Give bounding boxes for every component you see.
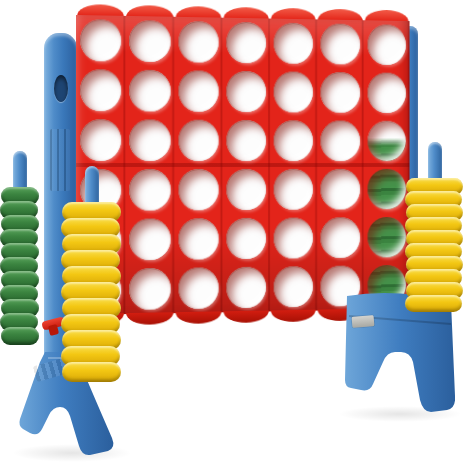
- board-grid: [76, 15, 410, 315]
- board-cell[interactable]: [364, 117, 410, 165]
- board-hole: [178, 70, 218, 112]
- board-hole: [226, 218, 266, 259]
- board-hole: [274, 169, 314, 210]
- board-hole: [367, 72, 406, 113]
- board-hole: [321, 23, 360, 64]
- board-hole: [80, 19, 121, 62]
- board-hole: [80, 69, 121, 111]
- board-hole: [178, 218, 218, 260]
- board-cell[interactable]: [174, 116, 222, 165]
- board-cell[interactable]: [125, 214, 174, 264]
- board-cell[interactable]: [270, 165, 317, 214]
- board-cell[interactable]: [270, 67, 317, 116]
- board-cell[interactable]: [222, 165, 270, 214]
- board-hole: [129, 218, 170, 260]
- board-hole: [274, 23, 314, 64]
- board-hole: [178, 120, 218, 161]
- board-cell[interactable]: [270, 116, 317, 165]
- yellow-ring[interactable]: [62, 362, 121, 382]
- board-cell[interactable]: [222, 18, 270, 68]
- board-cell[interactable]: [76, 65, 125, 115]
- board-hole: [367, 121, 406, 162]
- board-hole: [129, 20, 170, 62]
- board-cell[interactable]: [125, 66, 174, 116]
- board-hole: [129, 268, 170, 310]
- giant-connect-four-photo: [0, 0, 466, 464]
- board-cell[interactable]: [317, 116, 364, 165]
- board-cell[interactable]: [222, 263, 270, 313]
- board-hole: [80, 119, 121, 161]
- board-hole: [274, 266, 314, 307]
- board-cell[interactable]: [364, 213, 410, 262]
- board-hole: [321, 72, 360, 113]
- board-cell[interactable]: [317, 19, 364, 68]
- board-cell[interactable]: [364, 165, 410, 213]
- board-cell[interactable]: [125, 115, 174, 165]
- board-hole: [178, 267, 218, 309]
- board-cell[interactable]: [317, 165, 364, 214]
- board-hole: [321, 169, 360, 210]
- board-hole: [321, 120, 360, 161]
- green-ring-stack-left[interactable]: [1, 151, 39, 345]
- board-hole: [226, 169, 266, 210]
- board-cell[interactable]: [125, 165, 174, 215]
- board-hole: [274, 71, 314, 112]
- green-ring[interactable]: [1, 327, 39, 345]
- board-scallop: [271, 310, 316, 323]
- board-hole: [129, 169, 170, 211]
- board-cell[interactable]: [125, 16, 174, 66]
- board-cell[interactable]: [317, 68, 364, 117]
- board-hole: [129, 119, 170, 161]
- board-hole: [367, 169, 406, 210]
- board-hole: [274, 120, 314, 161]
- board-hole: [226, 71, 266, 112]
- board-cell[interactable]: [364, 69, 410, 118]
- board-hole: [367, 217, 406, 258]
- yellow-ring[interactable]: [405, 295, 462, 312]
- board-hole: [321, 217, 360, 258]
- board-scallop: [223, 310, 269, 323]
- board-scallop: [175, 311, 221, 324]
- board-hole: [226, 120, 266, 161]
- board-cell[interactable]: [174, 214, 222, 264]
- board-hole: [178, 21, 218, 63]
- board-hole: [367, 24, 406, 65]
- board-hole: [129, 70, 170, 112]
- board-hole: [226, 267, 266, 309]
- board-hole: [274, 217, 314, 258]
- board-cell[interactable]: [222, 116, 270, 165]
- board-cell[interactable]: [317, 213, 364, 262]
- board-cell[interactable]: [222, 214, 270, 263]
- board-cell[interactable]: [222, 67, 270, 116]
- board-cell[interactable]: [174, 165, 222, 214]
- board-cell[interactable]: [174, 263, 222, 313]
- board-cell[interactable]: [364, 20, 410, 69]
- board-cell[interactable]: [174, 17, 222, 67]
- product-label-sticker: [352, 315, 375, 328]
- board-cell[interactable]: [76, 15, 125, 66]
- board-cell[interactable]: [270, 214, 317, 263]
- board-cell[interactable]: [174, 66, 222, 116]
- board-hole: [226, 22, 266, 64]
- yellow-ring-stack-left[interactable]: [62, 166, 121, 382]
- yellow-ring-stack-right[interactable]: [406, 142, 463, 312]
- board-cell[interactable]: [125, 264, 174, 314]
- connect-four-board: [76, 4, 410, 326]
- board-scallop: [126, 312, 173, 325]
- board-cell[interactable]: [270, 262, 317, 311]
- board-cell[interactable]: [76, 115, 125, 165]
- board-hole: [178, 169, 218, 210]
- board-cell[interactable]: [270, 19, 317, 68]
